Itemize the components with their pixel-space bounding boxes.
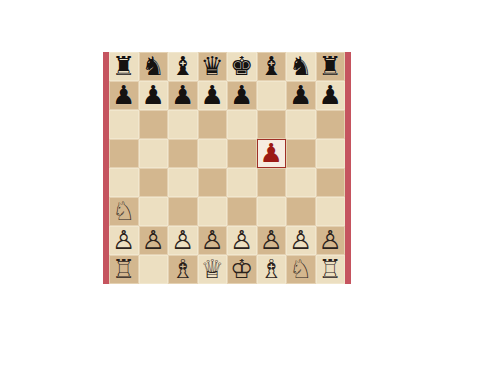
square-a2[interactable]: ♙ <box>109 226 139 255</box>
square-d2[interactable]: ♙ <box>198 226 228 255</box>
piece-white-pawn[interactable]: ♙ <box>260 227 283 253</box>
square-h1[interactable]: ♖ <box>316 255 346 284</box>
square-c1[interactable]: ♗ <box>168 255 198 284</box>
square-e7[interactable]: ♟ <box>227 81 257 110</box>
square-a8[interactable]: ♜ <box>109 52 139 81</box>
square-f8[interactable]: ♝ <box>257 52 287 81</box>
piece-white-pawn[interactable]: ♙ <box>142 227 165 253</box>
piece-white-queen[interactable]: ♕ <box>201 256 224 282</box>
piece-black-pawn[interactable]: ♟ <box>260 140 283 166</box>
piece-black-bishop[interactable]: ♝ <box>260 53 283 79</box>
piece-white-pawn[interactable]: ♙ <box>319 227 342 253</box>
square-e3[interactable] <box>227 197 257 226</box>
square-f3[interactable] <box>257 197 287 226</box>
piece-white-pawn[interactable]: ♙ <box>289 227 312 253</box>
square-e8[interactable]: ♚ <box>227 52 257 81</box>
square-d6[interactable] <box>198 110 228 139</box>
piece-black-knight[interactable]: ♞ <box>289 53 312 79</box>
square-b5[interactable] <box>139 139 169 168</box>
square-e6[interactable] <box>227 110 257 139</box>
square-h8[interactable]: ♜ <box>316 52 346 81</box>
square-a7[interactable]: ♟ <box>109 81 139 110</box>
square-g5[interactable] <box>286 139 316 168</box>
square-d7[interactable]: ♟ <box>198 81 228 110</box>
chess-board: ♜♞♝♛♚♝♞♜♟♟♟♟♟♟♟♟♘♙♙♙♙♙♙♙♙♖♗♕♔♗♘♖ <box>103 52 351 284</box>
square-h6[interactable] <box>316 110 346 139</box>
piece-white-pawn[interactable]: ♙ <box>112 227 135 253</box>
piece-black-pawn[interactable]: ♟ <box>171 82 194 108</box>
piece-black-pawn[interactable]: ♟ <box>230 82 253 108</box>
square-h7[interactable]: ♟ <box>316 81 346 110</box>
square-b6[interactable] <box>139 110 169 139</box>
piece-white-pawn[interactable]: ♙ <box>230 227 253 253</box>
piece-black-pawn[interactable]: ♟ <box>289 82 312 108</box>
square-d3[interactable] <box>198 197 228 226</box>
square-e4[interactable] <box>227 168 257 197</box>
square-c2[interactable]: ♙ <box>168 226 198 255</box>
square-a3[interactable]: ♘ <box>109 197 139 226</box>
square-g2[interactable]: ♙ <box>286 226 316 255</box>
square-d8[interactable]: ♛ <box>198 52 228 81</box>
square-f1[interactable]: ♗ <box>257 255 287 284</box>
square-c3[interactable] <box>168 197 198 226</box>
piece-white-knight[interactable]: ♘ <box>112 198 135 224</box>
square-b4[interactable] <box>139 168 169 197</box>
square-f7[interactable] <box>257 81 287 110</box>
square-b1[interactable] <box>139 255 169 284</box>
piece-black-rook[interactable]: ♜ <box>319 53 342 79</box>
piece-black-pawn[interactable]: ♟ <box>112 82 135 108</box>
square-a4[interactable] <box>109 168 139 197</box>
piece-white-rook[interactable]: ♖ <box>319 256 342 282</box>
square-h4[interactable] <box>316 168 346 197</box>
board-right-bar <box>345 52 351 284</box>
piece-white-knight[interactable]: ♘ <box>289 256 312 282</box>
square-g8[interactable]: ♞ <box>286 52 316 81</box>
piece-black-knight[interactable]: ♞ <box>142 53 165 79</box>
square-g1[interactable]: ♘ <box>286 255 316 284</box>
square-f5[interactable]: ♟ <box>257 139 287 168</box>
piece-black-queen[interactable]: ♛ <box>201 53 224 79</box>
square-f4[interactable] <box>257 168 287 197</box>
piece-white-pawn[interactable]: ♙ <box>171 227 194 253</box>
square-f6[interactable] <box>257 110 287 139</box>
square-g3[interactable] <box>286 197 316 226</box>
square-d1[interactable]: ♕ <box>198 255 228 284</box>
square-a6[interactable] <box>109 110 139 139</box>
board-grid: ♜♞♝♛♚♝♞♜♟♟♟♟♟♟♟♟♘♙♙♙♙♙♙♙♙♖♗♕♔♗♘♖ <box>109 52 345 284</box>
square-e1[interactable]: ♔ <box>227 255 257 284</box>
square-h2[interactable]: ♙ <box>316 226 346 255</box>
square-d4[interactable] <box>198 168 228 197</box>
piece-white-bishop[interactable]: ♗ <box>171 256 194 282</box>
square-h5[interactable] <box>316 139 346 168</box>
piece-black-pawn[interactable]: ♟ <box>319 82 342 108</box>
piece-white-bishop[interactable]: ♗ <box>260 256 283 282</box>
piece-black-rook[interactable]: ♜ <box>112 53 135 79</box>
square-b2[interactable]: ♙ <box>139 226 169 255</box>
piece-black-pawn[interactable]: ♟ <box>142 82 165 108</box>
piece-white-rook[interactable]: ♖ <box>112 256 135 282</box>
square-g7[interactable]: ♟ <box>286 81 316 110</box>
square-f2[interactable]: ♙ <box>257 226 287 255</box>
square-b3[interactable] <box>139 197 169 226</box>
square-g4[interactable] <box>286 168 316 197</box>
square-g6[interactable] <box>286 110 316 139</box>
piece-black-bishop[interactable]: ♝ <box>171 53 194 79</box>
square-d5[interactable] <box>198 139 228 168</box>
square-h3[interactable] <box>316 197 346 226</box>
square-e2[interactable]: ♙ <box>227 226 257 255</box>
square-a1[interactable]: ♖ <box>109 255 139 284</box>
square-a5[interactable] <box>109 139 139 168</box>
piece-black-pawn[interactable]: ♟ <box>201 82 224 108</box>
square-c7[interactable]: ♟ <box>168 81 198 110</box>
square-b7[interactable]: ♟ <box>139 81 169 110</box>
square-c5[interactable] <box>168 139 198 168</box>
square-e5[interactable] <box>227 139 257 168</box>
piece-black-king[interactable]: ♚ <box>230 53 253 79</box>
square-b8[interactable]: ♞ <box>139 52 169 81</box>
square-c4[interactable] <box>168 168 198 197</box>
page: ♜♞♝♛♚♝♞♜♟♟♟♟♟♟♟♟♘♙♙♙♙♙♙♙♙♖♗♕♔♗♘♖ <box>0 0 500 373</box>
piece-white-pawn[interactable]: ♙ <box>201 227 224 253</box>
square-c6[interactable] <box>168 110 198 139</box>
square-c8[interactable]: ♝ <box>168 52 198 81</box>
piece-white-king[interactable]: ♔ <box>230 256 253 282</box>
